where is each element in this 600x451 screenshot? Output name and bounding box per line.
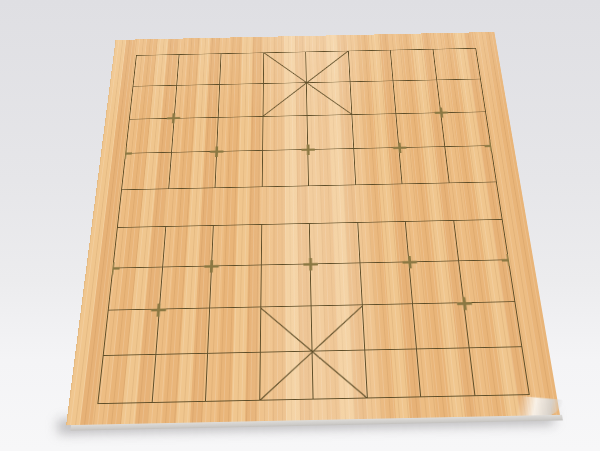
board-cell [104,310,160,356]
board-cell [417,348,475,397]
board-cell [307,115,353,150]
board-cell [406,221,459,262]
board-cell [220,53,264,85]
board-cell [210,265,261,308]
board-cell [306,51,350,83]
board-cell [459,260,515,303]
board-cell [360,262,413,305]
board-cell [174,85,220,119]
board-cell [262,150,309,187]
board-cell [163,226,214,267]
board-cell [133,55,179,87]
board-cell [263,52,306,84]
board-cell [350,81,396,114]
board-cell [260,351,314,400]
board-cell [356,184,406,223]
board-cell [310,223,360,264]
board-cell [130,86,177,120]
board-cell [109,267,163,310]
photo-background [0,0,600,451]
board-cell [159,266,212,309]
board-cell [156,308,210,354]
board-cell [365,349,421,398]
board-cell [206,352,260,401]
board-cell [171,118,218,153]
board-cell [464,302,522,348]
board-cell [126,119,174,154]
board-cell [177,54,222,86]
board-cell [449,182,502,221]
board-cell [441,112,491,147]
board-cell [437,80,485,113]
board-cell [169,152,217,189]
sheet-corner-curl [499,394,564,424]
board-cell [312,305,365,351]
board-cell [445,146,496,183]
board-cell [261,264,312,307]
board-cell [409,261,463,304]
board-cell [391,49,437,81]
board-cell [98,354,155,403]
board-cell [214,187,262,226]
board-cell [308,149,356,186]
board-cell [362,304,417,350]
board-cell [215,151,262,188]
board-cell [396,113,445,148]
board-cell [261,224,310,265]
board-cell [309,185,358,224]
board-cell [433,49,480,81]
board-grid [97,48,529,404]
board-cell [313,350,368,399]
board-cell [152,353,208,402]
board-cell [413,303,469,349]
board-cell [393,80,440,113]
board-cell [219,84,264,118]
board-cell [454,220,508,261]
board-cell [354,148,403,185]
board-cell [262,186,310,225]
board-cell [263,116,309,151]
board-cell [118,189,169,228]
board-cell [311,263,363,306]
board-cell [166,188,216,227]
board-cell [402,183,453,222]
board-cell [260,306,312,352]
board-cell [358,222,410,263]
board-cell [212,225,262,266]
board-cell [217,117,263,152]
board-cell [307,82,352,115]
board-cell [113,227,165,268]
board-cell [352,114,399,149]
xiangqi-board-mat [66,32,560,425]
board-cell [469,347,529,395]
board-cell [122,153,172,190]
board-cell [263,83,307,117]
board-cell [348,50,393,82]
board-cell [208,307,261,353]
board-cell [399,147,449,184]
